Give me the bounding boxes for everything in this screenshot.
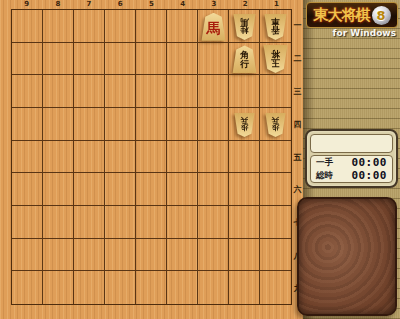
board-square[interactable]: [198, 173, 229, 206]
piece-kanji: 桂馬: [240, 17, 249, 34]
board-square[interactable]: [43, 271, 74, 304]
piece-kanji: 馬: [207, 21, 221, 35]
board-square[interactable]: [12, 108, 43, 141]
board-square[interactable]: [229, 271, 260, 304]
board-square[interactable]: [260, 206, 291, 239]
piece-face: 歩兵: [265, 113, 286, 137]
rank-label: 二: [292, 42, 303, 75]
piece-pawn-gote[interactable]: 歩兵: [234, 113, 255, 137]
board-square[interactable]: [43, 173, 74, 206]
piece-kanji: 歩兵: [241, 116, 249, 131]
piece-kanji: 角行: [240, 51, 249, 69]
board-square[interactable]: [260, 239, 291, 272]
board-square[interactable]: [43, 239, 74, 272]
board-square[interactable]: [12, 75, 43, 108]
rank-label: 五: [292, 141, 303, 174]
board-square[interactable]: [105, 173, 136, 206]
board-square[interactable]: [74, 75, 105, 108]
board-square[interactable]: [167, 75, 198, 108]
board-square[interactable]: [229, 75, 260, 108]
file-coordinate-labels: 987654321: [11, 0, 292, 9]
komadai-piece-stand[interactable]: [297, 197, 397, 316]
board-square[interactable]: [167, 10, 198, 43]
clock-panel: 一手 00:00 総時 00:00: [305, 129, 398, 188]
file-label: 2: [230, 0, 261, 9]
board-square[interactable]: [105, 206, 136, 239]
board-square[interactable]: [260, 271, 291, 304]
piece-knight-gote[interactable]: 桂馬: [233, 14, 256, 40]
piece-face: 歩兵: [234, 113, 255, 137]
piece-kanji: 香車: [271, 17, 280, 34]
board-square[interactable]: [105, 239, 136, 272]
board-square[interactable]: [105, 141, 136, 174]
app-logo-subtitle: for Windows: [306, 28, 396, 38]
board-square[interactable]: [136, 75, 167, 108]
piece-kanji: 玉将: [271, 49, 280, 67]
piece-bishop-sente[interactable]: 角行: [232, 45, 257, 73]
piece-promoted-bishop-sente[interactable]: 馬: [201, 13, 226, 41]
board-square[interactable]: [105, 10, 136, 43]
file-label: 7: [73, 0, 104, 9]
board-square[interactable]: [198, 206, 229, 239]
board-square[interactable]: [12, 206, 43, 239]
total-time-label: 総時: [316, 170, 333, 180]
board-square[interactable]: [74, 108, 105, 141]
board-square[interactable]: [167, 206, 198, 239]
file-label: 6: [105, 0, 136, 9]
app-logo: 東大将棋 8: [306, 2, 398, 28]
piece-face: 桂馬: [233, 14, 256, 40]
board-square[interactable]: [74, 141, 105, 174]
board-square[interactable]: [136, 141, 167, 174]
rank-label: 一: [292, 9, 303, 42]
board-square[interactable]: [167, 173, 198, 206]
player-name-box: [310, 134, 393, 153]
board-square[interactable]: [198, 75, 229, 108]
board-square[interactable]: [198, 108, 229, 141]
piece-face: 香車: [264, 14, 287, 40]
file-label: 4: [167, 0, 198, 9]
board-square[interactable]: [136, 239, 167, 272]
board-square[interactable]: [74, 239, 105, 272]
file-label: 8: [42, 0, 73, 9]
total-time-row: 総時 00:00: [316, 169, 387, 182]
board-square[interactable]: [167, 43, 198, 76]
board-square[interactable]: [74, 206, 105, 239]
board-square[interactable]: [43, 141, 74, 174]
board-square[interactable]: [12, 43, 43, 76]
board-square[interactable]: [43, 43, 74, 76]
file-label: 5: [136, 0, 167, 9]
piece-face: 角行: [232, 45, 257, 73]
per-move-time-value: 00:00: [351, 156, 387, 169]
board-square[interactable]: [167, 239, 198, 272]
board-square[interactable]: [136, 108, 167, 141]
board-square[interactable]: [260, 141, 291, 174]
board-square[interactable]: [74, 271, 105, 304]
board-square[interactable]: [167, 141, 198, 174]
board-square[interactable]: [136, 43, 167, 76]
board-square[interactable]: [12, 10, 43, 43]
board-square[interactable]: [167, 271, 198, 304]
board-square[interactable]: [198, 239, 229, 272]
file-label: 9: [11, 0, 42, 9]
board-square[interactable]: [136, 173, 167, 206]
piece-king-gote[interactable]: 玉将: [263, 45, 288, 73]
board-square[interactable]: [12, 141, 43, 174]
board-square[interactable]: [105, 108, 136, 141]
app-logo-title: 東大将棋: [314, 6, 370, 25]
file-label: 3: [198, 0, 229, 9]
board-square[interactable]: [105, 271, 136, 304]
board-square[interactable]: [43, 10, 74, 43]
board-square[interactable]: [198, 43, 229, 76]
board-square[interactable]: [260, 75, 291, 108]
piece-pawn-gote[interactable]: 歩兵: [265, 113, 286, 137]
board-square[interactable]: [43, 75, 74, 108]
piece-face: 玉将: [263, 45, 288, 73]
board-square[interactable]: [167, 108, 198, 141]
board-square[interactable]: [229, 173, 260, 206]
piece-lance-gote[interactable]: 香車: [264, 14, 287, 40]
board-square[interactable]: [198, 271, 229, 304]
board-square[interactable]: [198, 141, 229, 174]
board-square[interactable]: [229, 206, 260, 239]
per-move-time-row: 一手 00:00: [316, 156, 387, 169]
board-square[interactable]: [229, 141, 260, 174]
board-square[interactable]: [74, 43, 105, 76]
total-time-value: 00:00: [351, 169, 387, 182]
board-square[interactable]: [229, 239, 260, 272]
piece-face: 馬: [201, 13, 226, 41]
file-label: 1: [261, 0, 292, 9]
board-square[interactable]: [43, 206, 74, 239]
board-square[interactable]: [260, 173, 291, 206]
board-square[interactable]: [105, 43, 136, 76]
board-square[interactable]: [12, 239, 43, 272]
board-square[interactable]: [105, 75, 136, 108]
board-square[interactable]: [74, 173, 105, 206]
shogi-app-window: 987654321 一二三四五六七八九 東大将棋 8 for Windows 一…: [0, 0, 400, 319]
app-logo-version-badge: 8: [372, 6, 391, 25]
board-square[interactable]: [43, 108, 74, 141]
piece-kanji: 歩兵: [272, 116, 280, 131]
per-move-time-label: 一手: [316, 157, 333, 167]
time-display-box: 一手 00:00 総時 00:00: [310, 155, 393, 183]
board-square[interactable]: [136, 271, 167, 304]
board-square[interactable]: [12, 173, 43, 206]
board-square[interactable]: [74, 10, 105, 43]
board-square[interactable]: [12, 271, 43, 304]
rank-label: 三: [292, 75, 303, 108]
board-square[interactable]: [136, 206, 167, 239]
board-square[interactable]: [136, 10, 167, 43]
rank-label: 四: [292, 108, 303, 141]
